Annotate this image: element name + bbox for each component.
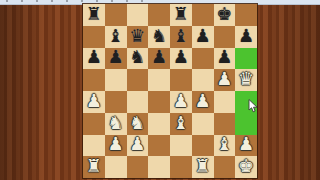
piece-wk-h1[interactable]: ♚ — [238, 157, 254, 175]
piece-wp-f4[interactable]: ♟ — [195, 92, 211, 110]
piece-wp-g5[interactable]: ♟ — [216, 70, 232, 88]
piece-wp-c2[interactable]: ♟ — [129, 135, 145, 153]
square-d3[interactable] — [148, 113, 170, 135]
chess-app-screen: ♜♜♚♝♛♞♝♟♟♟♟♞♟♟♟♟♛♟♟♟♞♞♝♟♟♝♟♜♜♚ — [0, 0, 320, 180]
square-g4[interactable] — [214, 91, 236, 113]
square-h7[interactable]: ♟ — [235, 26, 257, 48]
piece-bq-c7[interactable]: ♛ — [129, 27, 145, 45]
piece-bp-f7[interactable]: ♟ — [195, 27, 211, 45]
square-c2[interactable]: ♟ — [127, 135, 149, 157]
square-a1[interactable]: ♜ — [83, 156, 105, 178]
square-b4[interactable] — [105, 91, 127, 113]
mouse-cursor-icon — [248, 98, 258, 112]
square-c3[interactable]: ♞ — [127, 113, 149, 135]
square-g7[interactable] — [214, 26, 236, 48]
piece-bp-g6[interactable]: ♟ — [216, 48, 232, 66]
piece-wp-b2[interactable]: ♟ — [108, 135, 124, 153]
square-g5[interactable]: ♟ — [214, 69, 236, 91]
piece-wb-e3[interactable]: ♝ — [173, 114, 189, 132]
piece-bb-e7[interactable]: ♝ — [173, 27, 189, 45]
square-g2[interactable]: ♝ — [214, 135, 236, 157]
square-c6[interactable]: ♞ — [127, 48, 149, 70]
square-b7[interactable]: ♝ — [105, 26, 127, 48]
square-d4[interactable] — [148, 91, 170, 113]
square-d2[interactable] — [148, 135, 170, 157]
piece-wq-h5[interactable]: ♛ — [238, 70, 254, 88]
square-f3[interactable] — [192, 113, 214, 135]
chess-board[interactable]: ♜♜♚♝♛♞♝♟♟♟♟♞♟♟♟♟♛♟♟♟♞♞♝♟♟♝♟♜♜♚ — [83, 4, 257, 178]
square-a5[interactable] — [83, 69, 105, 91]
piece-br-a8[interactable]: ♜ — [86, 5, 102, 23]
square-e2[interactable] — [170, 135, 192, 157]
piece-br-e8[interactable]: ♜ — [173, 5, 189, 23]
square-f4[interactable]: ♟ — [192, 91, 214, 113]
square-a8[interactable]: ♜ — [83, 4, 105, 26]
square-b6[interactable]: ♟ — [105, 48, 127, 70]
square-d8[interactable] — [148, 4, 170, 26]
square-f1[interactable]: ♜ — [192, 156, 214, 178]
square-e6[interactable]: ♟ — [170, 48, 192, 70]
piece-bp-b6[interactable]: ♟ — [108, 48, 124, 66]
piece-wr-f1[interactable]: ♜ — [195, 157, 211, 175]
square-e8[interactable]: ♜ — [170, 4, 192, 26]
piece-wp-h2[interactable]: ♟ — [238, 135, 254, 153]
square-g8[interactable]: ♚ — [214, 4, 236, 26]
square-d1[interactable] — [148, 156, 170, 178]
square-e7[interactable]: ♝ — [170, 26, 192, 48]
square-a3[interactable] — [83, 113, 105, 135]
piece-bp-d6[interactable]: ♟ — [151, 48, 167, 66]
square-d7[interactable]: ♞ — [148, 26, 170, 48]
square-f8[interactable] — [192, 4, 214, 26]
piece-wr-a1[interactable]: ♜ — [86, 157, 102, 175]
square-h6[interactable] — [235, 48, 257, 70]
square-h5[interactable]: ♛ — [235, 69, 257, 91]
square-b5[interactable] — [105, 69, 127, 91]
square-c4[interactable] — [127, 91, 149, 113]
square-f6[interactable] — [192, 48, 214, 70]
square-h2[interactable]: ♟ — [235, 135, 257, 157]
piece-wp-e4[interactable]: ♟ — [173, 92, 189, 110]
square-b3[interactable]: ♞ — [105, 113, 127, 135]
square-c5[interactable] — [127, 69, 149, 91]
piece-bk-g8[interactable]: ♚ — [216, 5, 232, 23]
square-b8[interactable] — [105, 4, 127, 26]
square-a2[interactable] — [83, 135, 105, 157]
toolbar-tick-marks — [6, 0, 146, 2]
square-a7[interactable] — [83, 26, 105, 48]
square-e5[interactable] — [170, 69, 192, 91]
square-h1[interactable]: ♚ — [235, 156, 257, 178]
square-c7[interactable]: ♛ — [127, 26, 149, 48]
piece-bn-d7[interactable]: ♞ — [151, 27, 167, 45]
square-b1[interactable] — [105, 156, 127, 178]
square-b2[interactable]: ♟ — [105, 135, 127, 157]
square-g3[interactable] — [214, 113, 236, 135]
square-e3[interactable]: ♝ — [170, 113, 192, 135]
piece-bb-b7[interactable]: ♝ — [108, 27, 124, 45]
piece-wn-c3[interactable]: ♞ — [129, 114, 145, 132]
square-f7[interactable]: ♟ — [192, 26, 214, 48]
square-a6[interactable]: ♟ — [83, 48, 105, 70]
square-h8[interactable] — [235, 4, 257, 26]
square-f5[interactable] — [192, 69, 214, 91]
piece-bp-a6[interactable]: ♟ — [86, 48, 102, 66]
piece-wb-g2[interactable]: ♝ — [216, 135, 232, 153]
piece-bp-e6[interactable]: ♟ — [173, 48, 189, 66]
square-e4[interactable]: ♟ — [170, 91, 192, 113]
piece-bp-h7[interactable]: ♟ — [238, 27, 254, 45]
square-d5[interactable] — [148, 69, 170, 91]
square-c8[interactable] — [127, 4, 149, 26]
square-g6[interactable]: ♟ — [214, 48, 236, 70]
square-d6[interactable]: ♟ — [148, 48, 170, 70]
square-h3[interactable] — [235, 113, 257, 135]
piece-wn-b3[interactable]: ♞ — [108, 114, 124, 132]
piece-bn-c6[interactable]: ♞ — [129, 48, 145, 66]
square-f2[interactable] — [192, 135, 214, 157]
square-c1[interactable] — [127, 156, 149, 178]
square-a4[interactable]: ♟ — [83, 91, 105, 113]
square-e1[interactable] — [170, 156, 192, 178]
square-g1[interactable] — [214, 156, 236, 178]
piece-wp-a4[interactable]: ♟ — [86, 92, 102, 110]
